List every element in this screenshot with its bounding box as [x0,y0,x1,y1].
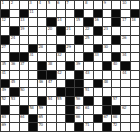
cell-r10c6[interactable]: 47 [47,80,55,88]
clue-number: 25 [85,36,89,40]
cell-r3c15[interactable]: 18 [131,18,139,26]
cell-r9c1[interactable]: 41 [1,71,9,79]
clue-number: 12 [2,18,6,22]
clue-number: 30 [103,45,107,49]
black-cell-r15c9 [75,123,83,131]
clue-number: 20 [48,27,52,31]
cell-r14c9[interactable]: 66 [75,115,83,123]
cell-r7c5[interactable] [38,53,46,61]
cell-r8c1[interactable]: 35 [1,62,9,70]
clue-number: 27 [2,45,6,49]
cell-r2c10[interactable] [84,10,92,18]
black-cell-r11c2 [10,88,18,96]
black-cell-r12c12 [103,97,111,105]
cell-r1c12[interactable]: 9 [103,1,111,9]
black-cell-r12c10 [84,97,92,105]
cell-r11c1[interactable]: 49 [1,88,9,96]
clue-number: 34 [122,53,126,57]
cell-r13c4[interactable]: 58 [29,106,37,114]
cell-r1c3[interactable] [20,1,28,9]
cell-r6c6[interactable] [47,45,55,53]
cell-r9c13[interactable] [112,71,120,79]
cell-r3c2[interactable] [10,18,18,26]
cell-r15c14[interactable] [121,123,129,131]
clue-number: 59 [39,106,43,110]
cell-r5c10[interactable]: 25 [84,36,92,44]
clue-number: 39 [76,62,80,66]
cell-r6c5[interactable]: 28 [38,45,46,53]
cell-r4c5[interactable] [38,27,46,35]
clue-number: 31 [29,53,33,57]
cell-r2c4[interactable]: 11 [29,10,37,18]
black-cell-r10c8 [66,80,74,88]
black-cell-r2c11 [94,10,102,18]
clue-number: 50 [20,88,24,92]
cell-r10c7[interactable] [57,80,65,88]
black-cell-r11c9 [75,88,83,96]
cell-r8c6[interactable]: 38 [47,62,55,70]
cell-r3c7[interactable]: 14 [57,18,65,26]
black-cell-r9c6 [47,71,55,79]
clue-number: 35 [2,62,6,66]
clue-number: 49 [2,88,6,92]
cell-r12c9[interactable]: 56 [75,97,83,105]
cell-r1c2[interactable]: 2 [10,1,18,9]
cell-r9c14[interactable]: 44 [121,71,129,79]
cell-r13c2[interactable] [10,106,18,114]
cell-r13c9[interactable]: 60 [75,106,83,114]
cell-r4c13[interactable] [112,27,120,35]
cell-r1c7[interactable]: 6 [57,1,65,9]
cell-r12c13[interactable]: 57 [112,97,120,105]
cell-r3c3[interactable]: 13 [20,18,28,26]
cell-r8c9[interactable]: 39 [75,62,83,70]
cell-r1c8[interactable]: 7 [66,1,74,9]
cell-r4c15[interactable] [131,27,139,35]
cell-r9c11[interactable] [94,71,102,79]
clue-number: 72 [113,123,117,127]
clue-number: 15 [76,18,80,22]
cell-r15c7[interactable] [57,123,65,131]
cell-r11c6[interactable] [47,88,55,96]
cell-r4c10[interactable]: 22 [84,27,92,35]
clue-number: 68 [113,115,117,119]
cell-r9c4[interactable] [29,71,37,79]
cell-r5c8[interactable] [66,36,74,44]
cell-r1c11[interactable] [94,1,102,9]
cell-r14c6[interactable] [47,115,55,123]
black-cell-r12c5 [38,97,46,105]
clue-number: 60 [76,106,80,110]
black-cell-r3c10 [84,18,92,26]
black-cell-r7c2 [10,53,18,61]
cell-r5c5[interactable] [38,36,46,44]
cell-r2c6[interactable] [47,10,55,18]
cell-r1c13[interactable] [112,1,120,9]
black-cell-r13c1 [1,106,9,114]
clue-number: 43 [85,71,89,75]
cell-r5c11[interactable] [94,36,102,44]
black-cell-r8c14 [121,62,129,70]
cell-r4c9[interactable] [75,27,83,35]
cell-r6c15[interactable] [131,45,139,53]
black-cell-r12c8 [66,97,74,105]
clue-number: 46 [39,80,43,84]
cell-r15c15[interactable] [131,123,139,131]
cell-r8c3[interactable]: 37 [20,62,28,70]
clue-number: 58 [29,106,33,110]
cell-r9c15[interactable] [131,71,139,79]
cell-r12c3[interactable] [20,97,28,105]
cell-r8c13[interactable]: 40 [112,62,120,70]
clue-number: 28 [39,45,43,49]
cell-r4c1[interactable] [1,27,9,35]
black-cell-r8c5 [38,62,46,70]
cell-r5c4[interactable] [29,36,37,44]
clue-number: 42 [57,71,61,75]
clue-number: 11 [29,10,33,14]
clue-number: 67 [103,115,107,119]
clue-number: 1 [2,1,4,5]
black-cell-r4c7 [57,27,65,35]
cell-r3c14[interactable]: 17 [121,18,129,26]
cell-r14c10[interactable] [84,115,92,123]
cell-r7c8[interactable] [66,53,74,61]
clue-number: 8 [85,1,87,5]
clue-number: 63 [2,115,6,119]
cell-r10c10[interactable] [84,80,92,88]
cell-r1c5[interactable]: 4 [38,1,46,9]
cell-r11c5[interactable] [38,88,46,96]
cell-r14c2[interactable] [10,115,18,123]
cell-r6c9[interactable] [75,45,83,53]
clue-number: 7 [66,1,68,5]
cell-r14c1[interactable]: 63 [1,115,9,123]
clue-number: 26 [122,36,126,40]
black-cell-r8c12 [103,62,111,70]
black-cell-r4c11 [94,27,102,35]
black-cell-r13c3 [20,106,28,114]
cell-r14c3[interactable]: 64 [20,115,28,123]
black-cell-r7c3 [20,53,28,61]
cell-r11c3[interactable]: 50 [20,88,28,96]
cell-r11c12[interactable] [103,88,111,96]
black-cell-r5c1 [1,36,9,44]
cell-r10c15[interactable] [131,80,139,88]
clue-number: 71 [85,123,89,127]
black-cell-r10c9 [75,80,83,88]
cell-r2c2[interactable] [10,10,18,18]
cell-r4c8[interactable]: 21 [66,27,74,35]
cell-r4c6[interactable]: 20 [47,27,55,35]
cell-r1c9[interactable] [75,1,83,9]
cell-r8c10[interactable] [84,62,92,70]
cell-r3c12[interactable] [103,18,111,26]
cell-r15c10[interactable]: 71 [84,123,92,131]
cell-r5c6[interactable] [47,36,55,44]
black-cell-r2c9 [75,10,83,18]
cell-r10c3[interactable] [20,80,28,88]
cell-r1c4[interactable]: 3 [29,1,37,9]
black-cell-r13c13 [112,106,120,114]
cell-r12c2[interactable]: 53 [10,97,18,105]
cell-r8c11[interactable] [94,62,102,70]
clue-number: 16 [94,18,98,22]
cell-r4c3[interactable]: 19 [20,27,28,35]
cell-r10c4[interactable] [29,80,37,88]
clue-number: 62 [122,106,126,110]
black-cell-r3c6 [47,18,55,26]
clue-number: 13 [20,18,24,22]
cell-r7c7[interactable]: 32 [57,53,65,61]
clue-number: 2 [11,1,13,5]
cell-r1c6[interactable]: 5 [47,1,55,9]
cell-r7c6[interactable] [47,53,55,61]
cell-r15c8[interactable] [66,123,74,131]
black-cell-r10c11 [94,80,102,88]
cell-r15c3[interactable] [20,123,28,131]
black-cell-r13c8 [66,106,74,114]
cell-r12c1[interactable]: 52 [1,97,9,105]
cell-r11c13[interactable] [112,88,120,96]
crossword-grid: 1234567891011121314151617181920212223242… [0,0,140,132]
clue-number: 32 [57,53,61,57]
black-cell-r9c9 [75,71,83,79]
cell-r5c7[interactable] [57,36,65,44]
black-cell-r2c13 [112,10,120,18]
clue-number: 6 [57,1,59,5]
cell-r2c12[interactable] [103,10,111,18]
cell-r6c8[interactable]: 29 [66,45,74,53]
cell-r1c14[interactable]: 10 [121,1,129,9]
cell-r3c8[interactable] [66,18,74,26]
cell-r14c12[interactable]: 67 [103,115,111,123]
cell-r4c4[interactable] [29,27,37,35]
cell-r9c10[interactable]: 43 [84,71,92,79]
cell-r13c10[interactable]: 61 [84,106,92,114]
cell-r6c12[interactable]: 30 [103,45,111,53]
clue-number: 40 [113,62,117,66]
cell-r10c5[interactable]: 46 [38,80,46,88]
clue-number: 22 [85,27,89,31]
clue-number: 53 [11,97,15,101]
clue-number: 52 [2,97,6,101]
cell-r5c2[interactable]: 24 [10,36,18,44]
black-cell-r15c4 [29,123,37,131]
cell-r14c5[interactable]: 65 [38,115,46,123]
black-cell-r10c1 [1,80,9,88]
black-cell-r15c12 [103,123,111,131]
cell-r7c14[interactable]: 34 [121,53,129,61]
cell-r13c6[interactable] [47,106,55,114]
clue-number: 21 [66,27,70,31]
clue-number: 17 [122,18,126,22]
cell-r4c14[interactable] [121,27,129,35]
black-cell-r2c3 [20,10,28,18]
clue-number: 10 [122,1,126,5]
black-cell-r8c8 [66,62,74,70]
black-cell-r5c9 [75,36,83,44]
cell-r13c14[interactable]: 62 [121,106,129,114]
cell-r9c3[interactable] [20,71,28,79]
clue-number: 5 [48,1,50,5]
black-cell-r6c4 [29,45,37,53]
clue-number: 38 [48,62,52,66]
black-cell-r2c15 [131,10,139,18]
cell-r9c8[interactable] [66,71,74,79]
black-cell-r7c13 [112,53,120,61]
cell-r13c11[interactable] [94,106,102,114]
cell-r15c1[interactable]: 69 [1,123,9,131]
cell-r3c11[interactable]: 16 [94,18,102,26]
clue-number: 55 [57,97,61,101]
cell-r3c9[interactable]: 15 [75,18,83,26]
black-cell-r6c7 [57,45,65,53]
black-cell-r6c11 [94,45,102,53]
cell-r7c9[interactable] [75,53,83,61]
clue-number: 48 [103,80,107,84]
clue-number: 23 [103,27,107,31]
cell-r5c3[interactable] [20,36,28,44]
cell-r9c7[interactable]: 42 [57,71,65,79]
cell-r13c15[interactable] [131,106,139,114]
black-cell-r5c13 [112,36,120,44]
cell-r12c15[interactable] [131,97,139,105]
cell-r15c13[interactable]: 72 [112,123,120,131]
black-cell-r9c5 [38,71,46,79]
cell-r11c10[interactable]: 51 [84,88,92,96]
cell-r2c14[interactable] [121,10,129,18]
cell-r5c15[interactable] [131,36,139,44]
clue-number: 66 [76,115,80,119]
cell-r7c11[interactable]: 33 [94,53,102,61]
clue-number: 65 [39,115,43,119]
clue-number: 47 [48,80,52,84]
clue-number: 33 [94,53,98,57]
black-cell-r13c12 [103,106,111,114]
cell-r7c1[interactable] [1,53,9,61]
cell-r11c11[interactable] [94,88,102,96]
cell-r6c10[interactable] [84,45,92,53]
cell-r7c4[interactable]: 31 [29,53,37,61]
clue-number: 14 [57,18,61,22]
cell-r12c14[interactable] [121,97,129,105]
cell-r12c6[interactable]: 54 [47,97,55,105]
cell-r8c15[interactable] [131,62,139,70]
cell-r13c5[interactable]: 59 [38,106,46,114]
cell-r3c4[interactable] [29,18,37,26]
cell-r9c2[interactable] [10,71,18,79]
cell-r4c12[interactable]: 23 [103,27,111,35]
cell-r5c14[interactable]: 26 [121,36,129,44]
cell-r10c12[interactable]: 48 [103,80,111,88]
clue-number: 24 [11,36,15,40]
cell-r15c5[interactable]: 70 [38,123,46,131]
cell-r6c14[interactable] [121,45,129,53]
clue-number: 56 [76,97,80,101]
clue-number: 4 [39,1,41,5]
cell-r8c4[interactable] [29,62,37,70]
clue-number: 70 [39,123,43,127]
cell-r10c14[interactable] [121,80,129,88]
cell-r7c15[interactable] [131,53,139,61]
cell-r10c13[interactable] [112,80,120,88]
clue-number: 36 [11,62,15,66]
black-cell-r3c13 [112,18,120,26]
cell-r13c7[interactable] [57,106,65,114]
clue-number: 69 [2,123,6,127]
clue-number: 44 [122,71,126,75]
cell-r12c11[interactable] [94,97,102,105]
black-cell-r4c2 [10,27,18,35]
clue-number: 64 [20,115,24,119]
cell-r11c4[interactable] [29,88,37,96]
cell-r5c12[interactable] [103,36,111,44]
cell-r6c2[interactable] [10,45,18,53]
cell-r7c12[interactable] [103,53,111,61]
clue-number: 41 [2,71,6,75]
black-cell-r11c7 [57,88,65,96]
clue-number: 45 [11,80,15,84]
cell-r11c15[interactable] [131,88,139,96]
clue-number: 37 [20,62,24,66]
clue-number: 61 [85,106,89,110]
cell-r14c13[interactable]: 68 [112,115,120,123]
cell-r1c1[interactable]: 1 [1,1,9,9]
cell-r14c14[interactable] [121,115,129,123]
cell-r2c5[interactable] [38,10,46,18]
cell-r6c13[interactable] [112,45,120,53]
cell-r14c7[interactable] [57,115,65,123]
cell-r6c3[interactable] [20,45,28,53]
cell-r3c5[interactable] [38,18,46,26]
cell-r11c14[interactable] [121,88,129,96]
cell-r10c2[interactable]: 45 [10,80,18,88]
cell-r2c7[interactable] [57,10,65,18]
clue-number: 3 [29,1,31,5]
black-cell-r14c11 [94,115,102,123]
clue-number: 9 [103,1,105,5]
black-cell-r7c10 [84,53,92,61]
black-cell-r14c8 [66,115,74,123]
cell-r2c8[interactable] [66,10,74,18]
cell-r8c2[interactable]: 36 [10,62,18,70]
black-cell-r11c8 [66,88,74,96]
black-cell-r2c1 [1,10,9,18]
clue-number: 54 [48,97,52,101]
cell-r3c1[interactable]: 12 [1,18,9,26]
cell-r15c2[interactable] [10,123,18,131]
cell-r9c12[interactable] [103,71,111,79]
cell-r8c7[interactable] [57,62,65,70]
cell-r12c7[interactable]: 55 [57,97,65,105]
cell-r12c4[interactable] [29,97,37,105]
cell-r14c15[interactable] [131,115,139,123]
clue-number: 18 [131,18,135,22]
cell-r1c10[interactable]: 8 [84,1,92,9]
black-cell-r14c4 [29,115,37,123]
cell-r15c6[interactable] [47,123,55,131]
clue-number: 57 [113,97,117,101]
cell-r15c11[interactable] [94,123,102,131]
clue-number: 29 [66,45,70,49]
clue-number: 19 [20,27,24,31]
clue-number: 51 [85,88,89,92]
cell-r1c15[interactable] [131,1,139,9]
cell-r6c1[interactable]: 27 [1,45,9,53]
